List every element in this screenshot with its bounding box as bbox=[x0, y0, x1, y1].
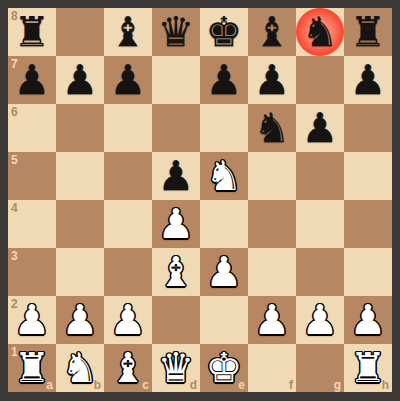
square-f3[interactable] bbox=[248, 248, 296, 296]
square-c4[interactable] bbox=[104, 200, 152, 248]
square-d8[interactable]: ♛ bbox=[152, 8, 200, 56]
piece-white-rook[interactable]: ♜ bbox=[344, 344, 392, 392]
piece-white-bishop[interactable]: ♝ bbox=[104, 344, 152, 392]
piece-white-king[interactable]: ♚ bbox=[200, 344, 248, 392]
square-f6[interactable]: ♞ bbox=[248, 104, 296, 152]
piece-white-knight[interactable]: ♞ bbox=[56, 344, 104, 392]
square-d5[interactable]: ♟ bbox=[152, 152, 200, 200]
square-h1[interactable]: ♜h bbox=[344, 344, 392, 392]
square-g3[interactable] bbox=[296, 248, 344, 296]
piece-black-pawn[interactable]: ♟ bbox=[344, 56, 392, 104]
square-e4[interactable] bbox=[200, 200, 248, 248]
square-a2[interactable]: ♟2 bbox=[8, 296, 56, 344]
square-f4[interactable] bbox=[248, 200, 296, 248]
square-h2[interactable]: ♟ bbox=[344, 296, 392, 344]
square-d2[interactable] bbox=[152, 296, 200, 344]
piece-black-pawn[interactable]: ♟ bbox=[56, 56, 104, 104]
square-a8[interactable]: ♜8 bbox=[8, 8, 56, 56]
square-c1[interactable]: ♝c bbox=[104, 344, 152, 392]
piece-black-pawn[interactable]: ♟ bbox=[8, 56, 56, 104]
square-e8[interactable]: ♚ bbox=[200, 8, 248, 56]
rank-label-6: 6 bbox=[11, 105, 18, 119]
piece-black-bishop[interactable]: ♝ bbox=[104, 8, 152, 56]
piece-black-knight[interactable]: ♞ bbox=[296, 8, 344, 56]
piece-black-king[interactable]: ♚ bbox=[200, 8, 248, 56]
square-a4[interactable]: 4 bbox=[8, 200, 56, 248]
square-g1[interactable]: g bbox=[296, 344, 344, 392]
square-a3[interactable]: 3 bbox=[8, 248, 56, 296]
rank-label-4: 4 bbox=[11, 201, 18, 215]
square-h4[interactable] bbox=[344, 200, 392, 248]
square-a5[interactable]: 5 bbox=[8, 152, 56, 200]
piece-white-bishop[interactable]: ♝ bbox=[152, 248, 200, 296]
piece-white-queen[interactable]: ♛ bbox=[152, 344, 200, 392]
square-a7[interactable]: ♟7 bbox=[8, 56, 56, 104]
square-h3[interactable] bbox=[344, 248, 392, 296]
square-e3[interactable]: ♟ bbox=[200, 248, 248, 296]
square-f2[interactable]: ♟ bbox=[248, 296, 296, 344]
square-b8[interactable] bbox=[56, 8, 104, 56]
square-c3[interactable] bbox=[104, 248, 152, 296]
square-b5[interactable] bbox=[56, 152, 104, 200]
square-b1[interactable]: ♞b bbox=[56, 344, 104, 392]
piece-white-pawn[interactable]: ♟ bbox=[8, 296, 56, 344]
piece-black-pawn[interactable]: ♟ bbox=[152, 152, 200, 200]
square-f5[interactable] bbox=[248, 152, 296, 200]
square-f7[interactable]: ♟ bbox=[248, 56, 296, 104]
piece-white-pawn[interactable]: ♟ bbox=[248, 296, 296, 344]
square-c2[interactable]: ♟ bbox=[104, 296, 152, 344]
file-label-f: f bbox=[289, 378, 293, 392]
square-a1[interactable]: ♜1a bbox=[8, 344, 56, 392]
chess-board: ♜8♝♛♚♝♞♜♟7♟♟♟♟♟6♞♟5♟♞4♟3♝♟♟2♟♟♟♟♟♜1a♞b♝c… bbox=[8, 8, 392, 392]
square-g2[interactable]: ♟ bbox=[296, 296, 344, 344]
square-c7[interactable]: ♟ bbox=[104, 56, 152, 104]
piece-white-pawn[interactable]: ♟ bbox=[344, 296, 392, 344]
piece-black-pawn[interactable]: ♟ bbox=[296, 104, 344, 152]
square-b3[interactable] bbox=[56, 248, 104, 296]
square-g6[interactable]: ♟ bbox=[296, 104, 344, 152]
square-e6[interactable] bbox=[200, 104, 248, 152]
square-h6[interactable] bbox=[344, 104, 392, 152]
square-b4[interactable] bbox=[56, 200, 104, 248]
square-d7[interactable] bbox=[152, 56, 200, 104]
rank-label-3: 3 bbox=[11, 249, 18, 263]
square-d6[interactable] bbox=[152, 104, 200, 152]
square-g8[interactable]: ♞ bbox=[296, 8, 344, 56]
square-e2[interactable] bbox=[200, 296, 248, 344]
square-f8[interactable]: ♝ bbox=[248, 8, 296, 56]
square-f1[interactable]: f bbox=[248, 344, 296, 392]
square-h7[interactable]: ♟ bbox=[344, 56, 392, 104]
square-e7[interactable]: ♟ bbox=[200, 56, 248, 104]
square-g5[interactable] bbox=[296, 152, 344, 200]
file-label-g: g bbox=[334, 378, 341, 392]
square-d4[interactable]: ♟ bbox=[152, 200, 200, 248]
piece-black-pawn[interactable]: ♟ bbox=[200, 56, 248, 104]
square-g7[interactable] bbox=[296, 56, 344, 104]
square-a6[interactable]: 6 bbox=[8, 104, 56, 152]
piece-black-pawn[interactable]: ♟ bbox=[248, 56, 296, 104]
piece-black-rook[interactable]: ♜ bbox=[8, 8, 56, 56]
square-e1[interactable]: ♚e bbox=[200, 344, 248, 392]
piece-white-pawn[interactable]: ♟ bbox=[152, 200, 200, 248]
rank-label-5: 5 bbox=[11, 153, 18, 167]
piece-white-pawn[interactable]: ♟ bbox=[296, 296, 344, 344]
square-d1[interactable]: ♛d bbox=[152, 344, 200, 392]
square-b2[interactable]: ♟ bbox=[56, 296, 104, 344]
piece-white-pawn[interactable]: ♟ bbox=[104, 296, 152, 344]
piece-black-bishop[interactable]: ♝ bbox=[248, 8, 296, 56]
square-c5[interactable] bbox=[104, 152, 152, 200]
square-e5[interactable]: ♞ bbox=[200, 152, 248, 200]
square-c8[interactable]: ♝ bbox=[104, 8, 152, 56]
piece-white-pawn[interactable]: ♟ bbox=[56, 296, 104, 344]
square-c6[interactable] bbox=[104, 104, 152, 152]
piece-white-pawn[interactable]: ♟ bbox=[200, 248, 248, 296]
piece-white-knight[interactable]: ♞ bbox=[200, 152, 248, 200]
square-b7[interactable]: ♟ bbox=[56, 56, 104, 104]
square-g4[interactable] bbox=[296, 200, 344, 248]
piece-black-knight[interactable]: ♞ bbox=[248, 104, 296, 152]
piece-black-rook[interactable]: ♜ bbox=[344, 8, 392, 56]
piece-black-pawn[interactable]: ♟ bbox=[104, 56, 152, 104]
square-d3[interactable]: ♝ bbox=[152, 248, 200, 296]
square-h5[interactable] bbox=[344, 152, 392, 200]
piece-white-rook[interactable]: ♜ bbox=[8, 344, 56, 392]
piece-black-queen[interactable]: ♛ bbox=[152, 8, 200, 56]
square-h8[interactable]: ♜ bbox=[344, 8, 392, 56]
square-b6[interactable] bbox=[56, 104, 104, 152]
